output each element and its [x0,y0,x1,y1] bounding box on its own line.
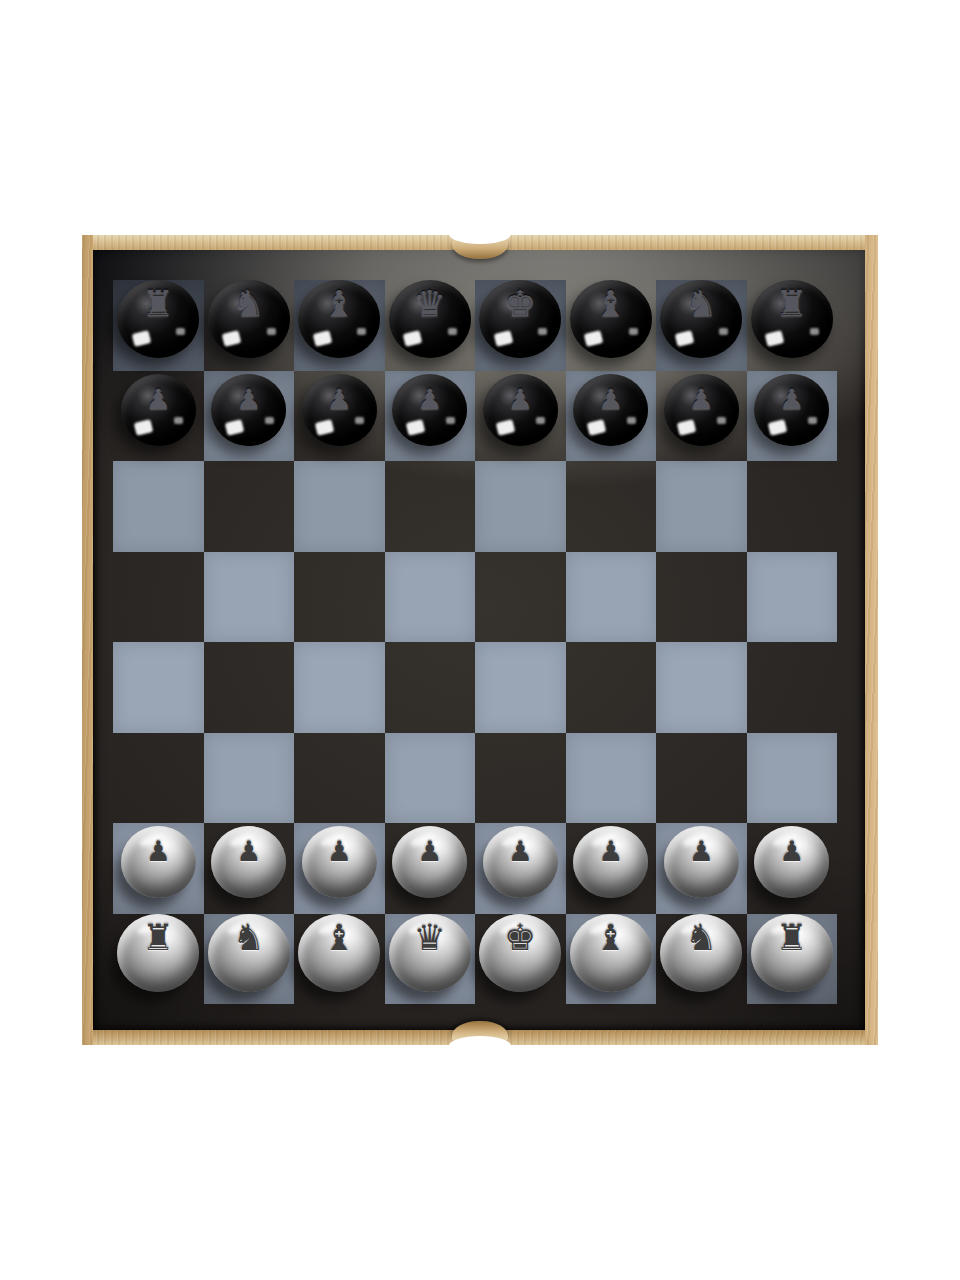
black-pawn-f7[interactable]: ♟ [566,365,657,456]
black-pawn-a7[interactable]: ♟ [113,365,204,456]
piece-glyph: ♟ [689,386,714,414]
piece-glyph: ♚ [504,920,536,956]
piece-glyph: ♟ [598,386,623,414]
white-pawn-f2[interactable]: ♟ [566,817,657,908]
white-rook-h1[interactable]: ♜ [747,908,838,999]
white-pawn-a2[interactable]: ♟ [113,817,204,908]
wood-frame: ♜♞♝♛♚♝♞♜♟♟♟♟♟♟♟♟♟♟♟♟♟♟♟♟♜♞♝♛♚♝♞♜ [82,235,878,1045]
piece-glyph: ♜ [142,920,174,956]
white-queen-d1[interactable]: ♛ [385,908,476,999]
white-pawn-g2[interactable]: ♟ [656,817,747,908]
piece-glyph: ♟ [779,838,804,866]
piece-glyph: ♟ [779,386,804,414]
black-king-e8[interactable]: ♚ [475,274,566,365]
black-pawn-e7[interactable]: ♟ [475,365,566,456]
white-bishop-f1[interactable]: ♝ [566,908,657,999]
piece-glyph: ♟ [508,838,533,866]
white-bishop-c1[interactable]: ♝ [294,908,385,999]
piece-glyph: ♝ [323,286,355,322]
black-knight-g8[interactable]: ♞ [656,274,747,365]
black-pawn-h7[interactable]: ♟ [747,365,838,456]
pieces-layer: ♜♞♝♛♚♝♞♜♟♟♟♟♟♟♟♟♟♟♟♟♟♟♟♟♜♞♝♛♚♝♞♜ [113,280,837,1004]
white-knight-g1[interactable]: ♞ [656,908,747,999]
white-king-e1[interactable]: ♚ [475,908,566,999]
white-pawn-b2[interactable]: ♟ [204,817,295,908]
piece-glyph: ♟ [508,386,533,414]
piece-glyph: ♟ [146,386,171,414]
black-queen-d8[interactable]: ♛ [385,274,476,365]
black-bishop-f8[interactable]: ♝ [566,274,657,365]
white-pawn-h2[interactable]: ♟ [747,817,838,908]
black-pawn-c7[interactable]: ♟ [294,365,385,456]
white-pawn-d2[interactable]: ♟ [385,817,476,908]
piece-glyph: ♟ [236,838,261,866]
black-knight-b8[interactable]: ♞ [204,274,295,365]
black-pawn-b7[interactable]: ♟ [204,365,295,456]
piece-glyph: ♝ [595,286,627,322]
white-pawn-c2[interactable]: ♟ [294,817,385,908]
piece-glyph: ♝ [595,920,627,956]
black-rook-a8[interactable]: ♜ [113,274,204,365]
hinge-notch-bottom [452,1021,508,1041]
white-pawn-e2[interactable]: ♟ [475,817,566,908]
piece-glyph: ♟ [146,838,171,866]
black-pawn-d7[interactable]: ♟ [385,365,476,456]
piece-glyph: ♞ [685,286,717,322]
piece-glyph: ♟ [417,386,442,414]
piece-glyph: ♟ [417,838,442,866]
white-knight-b1[interactable]: ♞ [204,908,295,999]
piece-glyph: ♞ [685,920,717,956]
piece-glyph: ♜ [142,286,174,322]
piece-glyph: ♜ [776,286,808,322]
piece-glyph: ♟ [327,838,352,866]
piece-glyph: ♞ [233,920,265,956]
black-rook-h8[interactable]: ♜ [747,274,838,365]
piece-glyph: ♚ [504,286,536,322]
piece-glyph: ♟ [236,386,261,414]
piece-glyph: ♞ [233,286,265,322]
piece-glyph: ♝ [323,920,355,956]
piece-glyph: ♟ [327,386,352,414]
chess-board: ♜♞♝♛♚♝♞♜♟♟♟♟♟♟♟♟♟♟♟♟♟♟♟♟♜♞♝♛♚♝♞♜ [93,250,865,1030]
piece-glyph: ♟ [598,838,623,866]
piece-glyph: ♜ [776,920,808,956]
piece-glyph: ♟ [689,838,714,866]
black-pawn-g7[interactable]: ♟ [656,365,747,456]
white-rook-a1[interactable]: ♜ [113,908,204,999]
product-photo: ♜♞♝♛♚♝♞♜♟♟♟♟♟♟♟♟♟♟♟♟♟♟♟♟♜♞♝♛♚♝♞♜ [0,0,960,1280]
piece-glyph: ♛ [414,920,446,956]
black-bishop-c8[interactable]: ♝ [294,274,385,365]
piece-glyph: ♛ [414,286,446,322]
